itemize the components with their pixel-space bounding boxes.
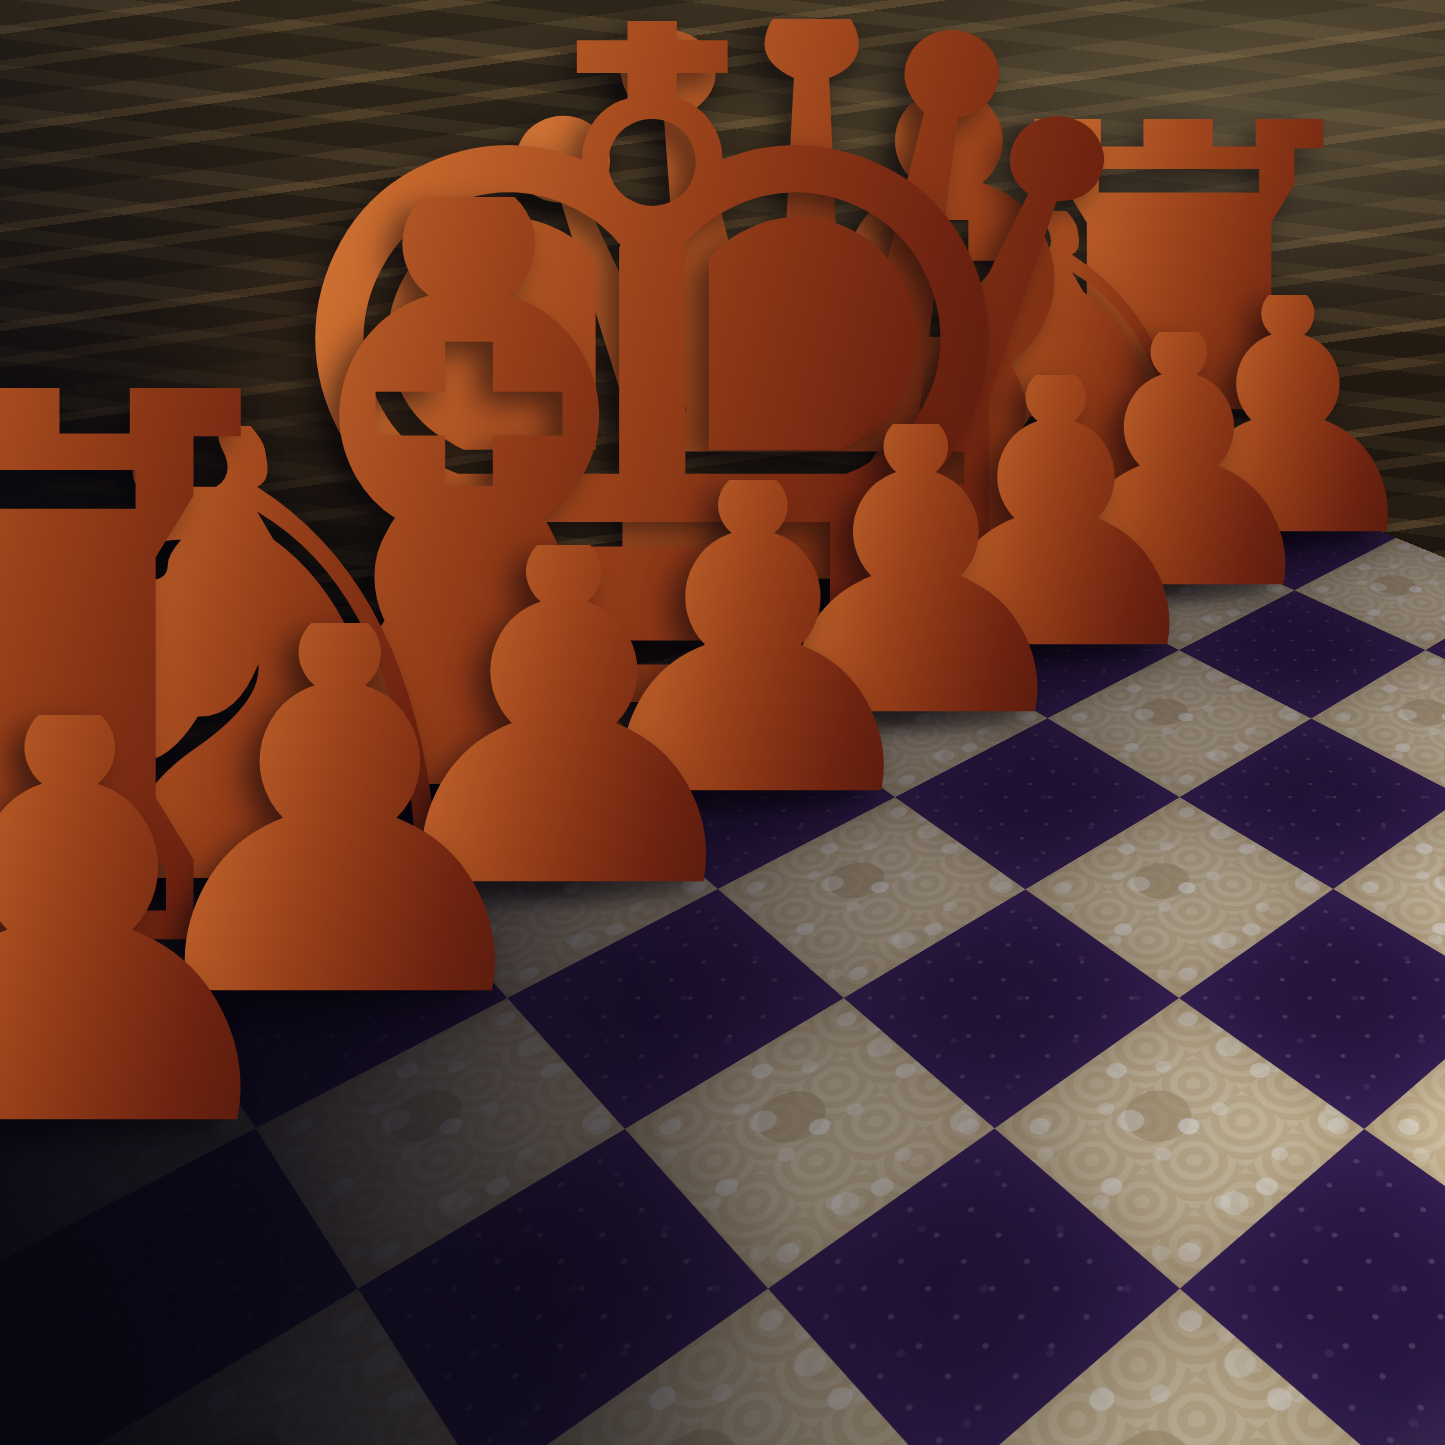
piece-pawn-h2[interactable]: ♟ [0,715,355,1128]
photo-stage: ♜♞♝♚♛♝♞♜♟♟♟♟♟♟♟♟ Low-angle close-up of a… [0,0,1445,1445]
pawn-glyph: ♟ [0,715,355,1128]
pieces-layer: ♜♞♝♚♛♝♞♜♟♟♟♟♟♟♟♟ [0,0,1445,1445]
